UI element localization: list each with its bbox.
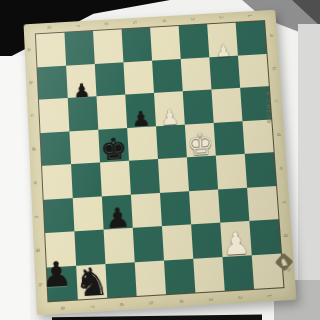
- brand-text: ✦ CHESS: [264, 90, 273, 124]
- bottom-rank-label-7: 7: [89, 305, 94, 309]
- left-file-label-d: d: [31, 147, 36, 150]
- square-h5[interactable]: [135, 260, 166, 296]
- left-file-label-a: a: [27, 48, 32, 51]
- square-f1[interactable]: [247, 186, 278, 221]
- right-file-label-b: b: [271, 67, 276, 70]
- black-pawn-piece[interactable]: ♟: [131, 108, 151, 130]
- bottom-rank-label-5: 5: [149, 301, 154, 305]
- right-file-label-f: f: [282, 201, 287, 203]
- square-f6[interactable]: ♟: [102, 194, 133, 229]
- square-c5[interactable]: ♟: [125, 93, 156, 128]
- left-file-label-e: e: [33, 181, 38, 184]
- square-f8[interactable]: [44, 198, 75, 233]
- left-file-label-c: c: [30, 114, 35, 117]
- square-f3[interactable]: [189, 189, 220, 224]
- square-b3[interactable]: [181, 57, 212, 91]
- square-h3[interactable]: [193, 257, 225, 293]
- square-e5[interactable]: [129, 159, 160, 194]
- square-h4[interactable]: [164, 258, 195, 294]
- square-c2[interactable]: [211, 88, 242, 123]
- black-knight-piece[interactable]: ♞: [73, 262, 109, 303]
- right-file-label-e: e: [279, 166, 284, 169]
- square-c8[interactable]: [39, 98, 69, 133]
- bottom-rank-label-1: 1: [267, 294, 272, 298]
- right-file-label-g: g: [284, 234, 289, 238]
- square-e2[interactable]: [216, 154, 247, 189]
- black-king-piece[interactable]: ♚: [100, 134, 128, 165]
- black-pawn-piece[interactable]: ♟: [105, 204, 131, 233]
- square-b2[interactable]: [209, 55, 240, 89]
- chess-board: ♟♟♟♟♚♚♟♟♞ ♟ ✦ CHESS ♞ aabbccddeeffgghh88…: [24, 10, 297, 316]
- right-file-label-d: d: [276, 133, 281, 136]
- top-rank-label-8: 8: [46, 26, 51, 29]
- square-g2[interactable]: ♟: [220, 221, 251, 257]
- square-e4[interactable]: [158, 157, 189, 192]
- square-b8[interactable]: [37, 65, 67, 99]
- right-file-label-c: c: [274, 100, 279, 103]
- square-c6[interactable]: [97, 95, 128, 130]
- square-d8[interactable]: [41, 131, 72, 166]
- square-d7[interactable]: [69, 129, 100, 164]
- square-b4[interactable]: [152, 58, 183, 92]
- bottom-rank-label-2: 2: [237, 296, 242, 300]
- square-e1[interactable]: [245, 152, 276, 187]
- white-pawn-piece[interactable]: ♟: [160, 107, 180, 129]
- square-h7[interactable]: ♞: [76, 264, 107, 300]
- square-c3[interactable]: [183, 89, 214, 124]
- square-a8[interactable]: [36, 33, 66, 67]
- top-rank-label-6: 6: [104, 22, 109, 25]
- top-rank-label-2: 2: [219, 16, 224, 19]
- square-d1[interactable]: [242, 119, 273, 154]
- square-e8[interactable]: [42, 164, 73, 199]
- white-pawn-piece[interactable]: ♟: [215, 42, 231, 59]
- square-g4[interactable]: [162, 224, 193, 260]
- square-b6[interactable]: [95, 62, 125, 96]
- top-rank-label-1: 1: [247, 14, 252, 17]
- brand-star-icon: ✦: [264, 90, 271, 96]
- brand-label: CHESS: [264, 99, 273, 124]
- white-king-piece[interactable]: ♚: [186, 129, 215, 160]
- square-d2[interactable]: [214, 121, 245, 156]
- left-file-label-f: f: [34, 215, 39, 217]
- table-surface-right: [298, 24, 320, 294]
- bottom-rank-label-8: 8: [60, 306, 65, 310]
- square-f4[interactable]: [160, 191, 191, 226]
- square-a3[interactable]: [179, 24, 210, 58]
- square-a5[interactable]: [122, 28, 152, 62]
- left-file-label-g: g: [36, 249, 41, 253]
- square-f2[interactable]: [218, 187, 249, 222]
- black-pawn-piece[interactable]: ♟: [73, 81, 91, 101]
- square-b1[interactable]: [238, 53, 269, 87]
- captured-black-pawn[interactable]: ♟: [40, 256, 72, 293]
- square-e7[interactable]: [71, 162, 102, 197]
- square-g5[interactable]: [133, 226, 164, 262]
- square-a1[interactable]: [236, 21, 267, 55]
- square-g1[interactable]: [249, 219, 281, 255]
- bottom-rank-label-3: 3: [208, 297, 213, 301]
- top-rank-label-3: 3: [190, 17, 195, 20]
- top-rank-label-5: 5: [132, 21, 137, 24]
- square-b5[interactable]: [123, 60, 154, 94]
- square-f5[interactable]: [131, 192, 162, 227]
- photo-shadow-bottom: [52, 313, 262, 320]
- board-grid: ♟♟♟♟♚♚♟♟♞: [35, 20, 285, 302]
- left-file-label-b: b: [28, 81, 33, 84]
- table-surface-left: [0, 56, 30, 320]
- square-b7[interactable]: ♟: [66, 64, 96, 98]
- right-file-label-h: h: [286, 268, 291, 272]
- square-a7[interactable]: [64, 31, 94, 65]
- square-d3[interactable]: ♚: [185, 122, 216, 157]
- square-c4[interactable]: ♟: [154, 91, 185, 126]
- top-rank-label-4: 4: [161, 19, 166, 22]
- square-a6[interactable]: [93, 29, 123, 63]
- square-a2[interactable]: ♟: [207, 23, 238, 57]
- square-g3[interactable]: [191, 223, 222, 259]
- bottom-rank-label-6: 6: [119, 303, 124, 307]
- square-a4[interactable]: [150, 26, 181, 60]
- right-file-label-a: a: [269, 34, 274, 37]
- square-d6[interactable]: ♚: [98, 128, 129, 163]
- white-pawn-piece[interactable]: ♟: [222, 228, 251, 260]
- square-f7[interactable]: [73, 196, 104, 231]
- top-rank-label-7: 7: [75, 24, 80, 27]
- square-c7[interactable]: [68, 96, 99, 131]
- bottom-rank-label-4: 4: [178, 299, 183, 303]
- square-h6[interactable]: [105, 262, 136, 298]
